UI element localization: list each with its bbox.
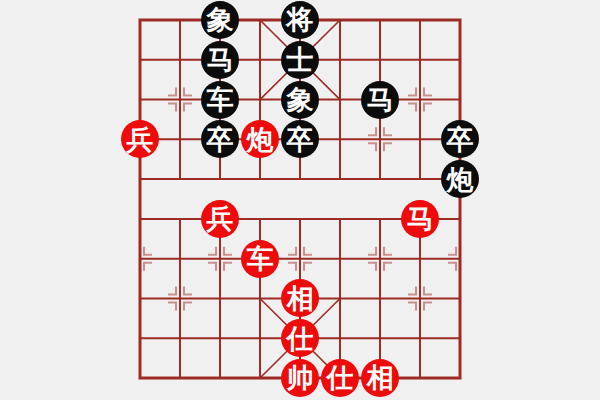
xiangqi-app: 象将马士车象马兵卒炮卒卒炮兵马车相仕帅仕相 [0,0,600,400]
piece-red-chariot[interactable]: 车 [241,240,279,278]
piece-red-advisor[interactable]: 仕 [321,359,359,397]
piece-black-horse[interactable]: 马 [361,81,399,119]
piece-red-elephant[interactable]: 相 [361,359,399,397]
piece-red-elephant[interactable]: 相 [281,279,319,317]
piece-black-general[interactable]: 将 [281,1,319,39]
piece-red-advisor[interactable]: 仕 [281,319,319,357]
piece-black-elephant[interactable]: 象 [281,81,319,119]
piece-red-horse[interactable]: 马 [401,200,439,238]
piece-black-soldier[interactable]: 卒 [201,120,239,158]
piece-red-cannon[interactable]: 炮 [241,120,279,158]
piece-red-general[interactable]: 帅 [281,359,319,397]
piece-black-elephant[interactable]: 象 [201,1,239,39]
piece-red-soldier[interactable]: 兵 [201,200,239,238]
piece-black-soldier[interactable]: 卒 [281,120,319,158]
piece-red-soldier[interactable]: 兵 [121,120,159,158]
piece-black-soldier[interactable]: 卒 [441,120,479,158]
piece-black-chariot[interactable]: 车 [201,81,239,119]
piece-black-cannon[interactable]: 炮 [441,160,479,198]
piece-black-horse[interactable]: 马 [201,41,239,79]
piece-black-advisor[interactable]: 士 [281,41,319,79]
xiangqi-piece-layer: 象将马士车象马兵卒炮卒卒炮兵马车相仕帅仕相 [120,0,480,398]
